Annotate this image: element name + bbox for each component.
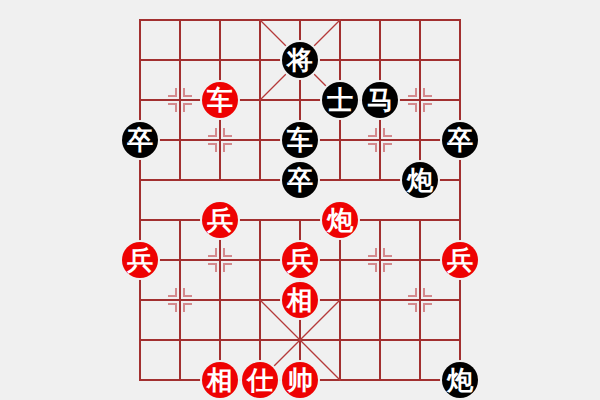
piece-black-horse[interactable]: 马 — [362, 82, 398, 118]
piece-red-soldier-2[interactable]: 兵 — [122, 242, 158, 278]
piece-black-general[interactable]: 将 — [282, 42, 318, 78]
piece-black-soldier-2[interactable]: 卒 — [442, 122, 478, 158]
piece-red-elephant-1[interactable]: 相 — [282, 282, 318, 318]
piece-red-elephant-2[interactable]: 相 — [202, 362, 238, 398]
piece-black-cannon-2[interactable]: 炮 — [442, 362, 478, 398]
piece-red-soldier-1[interactable]: 兵 — [202, 202, 238, 238]
piece-red-advisor[interactable]: 仕 — [242, 362, 278, 398]
xiangqi-app-window: 将车士马卒车卒卒炮兵炮兵兵兵相相仕帅炮 — [0, 0, 600, 400]
piece-red-chariot[interactable]: 车 — [202, 82, 238, 118]
piece-black-advisor[interactable]: 士 — [322, 82, 358, 118]
piece-red-king[interactable]: 帅 — [282, 362, 318, 398]
piece-red-cannon[interactable]: 炮 — [322, 202, 358, 238]
xiangqi-board: 将车士马卒车卒卒炮兵炮兵兵兵相相仕帅炮 — [120, 0, 480, 400]
piece-black-cannon-1[interactable]: 炮 — [402, 162, 438, 198]
piece-black-soldier-1[interactable]: 卒 — [122, 122, 158, 158]
piece-black-chariot[interactable]: 车 — [282, 122, 318, 158]
piece-black-soldier-3[interactable]: 卒 — [282, 162, 318, 198]
piece-red-soldier-4[interactable]: 兵 — [442, 242, 478, 278]
piece-red-soldier-3[interactable]: 兵 — [282, 242, 318, 278]
